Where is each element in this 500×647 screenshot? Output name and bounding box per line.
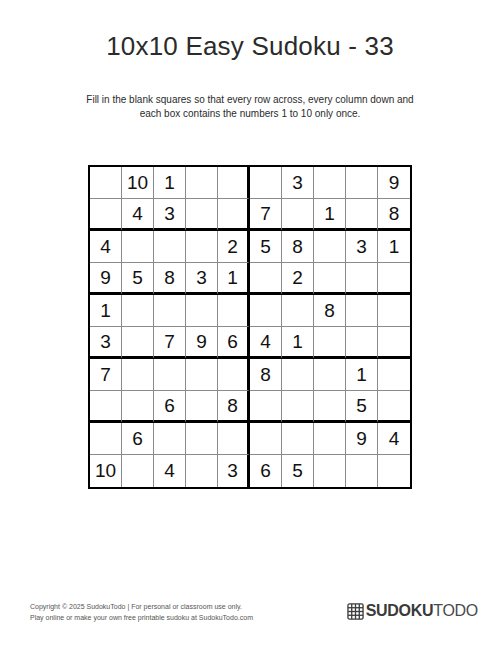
cell-r5c3[interactable]	[154, 295, 186, 327]
cell-r4c9[interactable]	[346, 263, 378, 295]
cell-r8c2[interactable]	[122, 391, 154, 423]
cell-r2c6: 7	[250, 199, 282, 231]
cell-r5c5[interactable]	[218, 295, 250, 327]
cell-r1c1[interactable]	[90, 167, 122, 199]
copyright: Copyright © 2025 SudokuTodo | For person…	[30, 601, 253, 623]
cell-r5c6[interactable]	[250, 295, 282, 327]
cell-r5c8: 8	[314, 295, 346, 327]
cell-r3c1: 4	[90, 231, 122, 263]
cell-r5c2[interactable]	[122, 295, 154, 327]
cell-r5c4[interactable]	[186, 295, 218, 327]
cell-r7c1: 7	[90, 359, 122, 391]
instructions-line-1: Fill in the blank squares so that every …	[0, 93, 500, 107]
cell-r8c1[interactable]	[90, 391, 122, 423]
cell-r8c3: 6	[154, 391, 186, 423]
cell-r1c6[interactable]	[250, 167, 282, 199]
logo-text-todo: TODO	[433, 602, 478, 619]
cell-r6c3: 7	[154, 327, 186, 359]
cell-r1c9[interactable]	[346, 167, 378, 199]
cell-r3c8[interactable]	[314, 231, 346, 263]
cell-r7c4[interactable]	[186, 359, 218, 391]
cell-r10c1: 10	[90, 455, 122, 487]
cell-r1c2: 10	[122, 167, 154, 199]
cell-r3c7: 8	[282, 231, 314, 263]
cell-r8c5: 8	[218, 391, 250, 423]
sudokutodo-logo: SUDOKUTODO	[347, 602, 478, 620]
cell-r7c3[interactable]	[154, 359, 186, 391]
cell-r10c2[interactable]	[122, 455, 154, 487]
cell-r2c7[interactable]	[282, 199, 314, 231]
cell-r3c5: 2	[218, 231, 250, 263]
cell-r7c6: 8	[250, 359, 282, 391]
cell-r10c10[interactable]	[378, 455, 410, 487]
cell-r10c5: 3	[218, 455, 250, 487]
cell-r8c10[interactable]	[378, 391, 410, 423]
cell-r7c5[interactable]	[218, 359, 250, 391]
cell-r4c7: 2	[282, 263, 314, 295]
logo-text-sudoku: SUDOKU	[366, 602, 434, 619]
cell-r9c9: 9	[346, 423, 378, 455]
cell-r6c1: 3	[90, 327, 122, 359]
cell-r9c1[interactable]	[90, 423, 122, 455]
cell-r9c10: 4	[378, 423, 410, 455]
cell-r8c8[interactable]	[314, 391, 346, 423]
cell-r6c5: 6	[218, 327, 250, 359]
cell-r5c9[interactable]	[346, 295, 378, 327]
cell-r7c2[interactable]	[122, 359, 154, 391]
cell-r8c6[interactable]	[250, 391, 282, 423]
cell-r1c5[interactable]	[218, 167, 250, 199]
cell-r10c8[interactable]	[314, 455, 346, 487]
copyright-line-1: Copyright © 2025 SudokuTodo | For person…	[30, 601, 253, 612]
cell-r10c9[interactable]	[346, 455, 378, 487]
cell-r6c4: 9	[186, 327, 218, 359]
cell-r1c10: 9	[378, 167, 410, 199]
cell-r10c6: 6	[250, 455, 282, 487]
cell-r2c5[interactable]	[218, 199, 250, 231]
cell-r6c7: 1	[282, 327, 314, 359]
cell-r6c2[interactable]	[122, 327, 154, 359]
cell-r6c9[interactable]	[346, 327, 378, 359]
cell-r4c5: 1	[218, 263, 250, 295]
cell-r6c8[interactable]	[314, 327, 346, 359]
copyright-line-2: Play online or make your own free printa…	[30, 612, 253, 623]
cell-r2c2: 4	[122, 199, 154, 231]
cell-r4c8[interactable]	[314, 263, 346, 295]
sudoku-page: 10x10 Easy Sudoku - 33 Fill in the blank…	[0, 0, 500, 647]
cell-r5c7[interactable]	[282, 295, 314, 327]
cell-r2c3: 3	[154, 199, 186, 231]
page-title: 10x10 Easy Sudoku - 33	[0, 31, 500, 62]
cell-r8c4[interactable]	[186, 391, 218, 423]
cell-r1c3: 1	[154, 167, 186, 199]
cell-r8c7[interactable]	[282, 391, 314, 423]
cell-r9c7[interactable]	[282, 423, 314, 455]
cell-r7c9: 1	[346, 359, 378, 391]
cell-r2c4[interactable]	[186, 199, 218, 231]
cell-r9c8[interactable]	[314, 423, 346, 455]
cell-r10c7: 5	[282, 455, 314, 487]
cell-r4c3: 8	[154, 263, 186, 295]
cell-r2c8: 1	[314, 199, 346, 231]
cell-r1c8[interactable]	[314, 167, 346, 199]
cell-r6c6: 4	[250, 327, 282, 359]
cell-r7c7[interactable]	[282, 359, 314, 391]
cell-r7c8[interactable]	[314, 359, 346, 391]
cell-r3c3[interactable]	[154, 231, 186, 263]
cell-r9c2: 6	[122, 423, 154, 455]
cell-r6c10[interactable]	[378, 327, 410, 359]
cell-r4c1: 9	[90, 263, 122, 295]
cell-r1c4[interactable]	[186, 167, 218, 199]
cell-r10c3: 4	[154, 455, 186, 487]
cell-r8c9: 5	[346, 391, 378, 423]
cell-r3c9: 3	[346, 231, 378, 263]
cell-r2c9[interactable]	[346, 199, 378, 231]
sudoku-grid: 1013943718425831958312183796417816856941…	[88, 165, 412, 489]
cell-r7c10[interactable]	[378, 359, 410, 391]
cell-r9c6[interactable]	[250, 423, 282, 455]
cell-r3c4[interactable]	[186, 231, 218, 263]
cell-r5c10[interactable]	[378, 295, 410, 327]
sudoku-grid-icon	[347, 603, 366, 620]
cell-r2c1[interactable]	[90, 199, 122, 231]
instructions-line-2: each box contains the numbers 1 to 10 on…	[0, 107, 500, 121]
cell-r5c1: 1	[90, 295, 122, 327]
cell-r10c4[interactable]	[186, 455, 218, 487]
cell-r3c2[interactable]	[122, 231, 154, 263]
cell-r4c6[interactable]	[250, 263, 282, 295]
cell-r9c4[interactable]	[186, 423, 218, 455]
cell-r3c6: 5	[250, 231, 282, 263]
cell-r2c10: 8	[378, 199, 410, 231]
cell-r9c5[interactable]	[218, 423, 250, 455]
instructions: Fill in the blank squares so that every …	[0, 93, 500, 121]
cell-r9c3[interactable]	[154, 423, 186, 455]
cell-r4c4: 3	[186, 263, 218, 295]
cell-r3c10: 1	[378, 231, 410, 263]
cell-r1c7: 3	[282, 167, 314, 199]
cell-r4c10[interactable]	[378, 263, 410, 295]
cell-r4c2: 5	[122, 263, 154, 295]
